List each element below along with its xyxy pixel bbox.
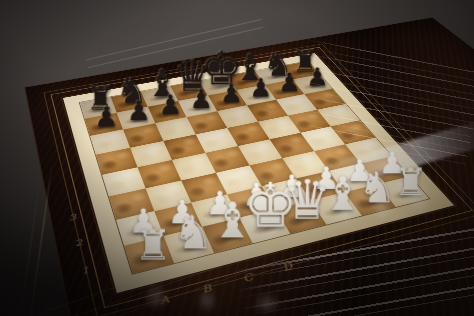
piece-black-pawn[interactable]: ♟: [249, 76, 272, 102]
piece-black-pawn[interactable]: ♟: [190, 87, 213, 113]
piece-black-pawn[interactable]: ♟: [159, 92, 183, 118]
piece-black-pawn[interactable]: ♟: [278, 70, 301, 95]
piece-white-rook[interactable]: ♜: [394, 163, 428, 201]
piece-black-pawn[interactable]: ♟: [94, 104, 118, 131]
piece-black-pawn[interactable]: ♟: [220, 81, 243, 107]
piece-white-rook[interactable]: ♜: [134, 224, 172, 266]
piece-white-bishop[interactable]: ♝: [210, 197, 254, 246]
piece-black-pawn[interactable]: ♟: [127, 98, 151, 125]
piece-white-knight[interactable]: ♞: [173, 209, 214, 255]
piece-white-knight[interactable]: ♞: [358, 166, 396, 209]
piece-black-pawn[interactable]: ♟: [306, 65, 328, 90]
chess-table-photo: ♜♞♝♛♚♝♞♜♟♟♟♟♟♟♟♟♟♟♟♟♟♟♟♟♜♞♝♚♛♝♞♜ ABCD123: [0, 0, 474, 316]
scene-3d: ♜♞♝♛♚♝♞♜♟♟♟♟♟♟♟♟♟♟♟♟♟♟♟♟♜♞♝♚♛♝♞♜ ABCD123: [0, 0, 474, 316]
